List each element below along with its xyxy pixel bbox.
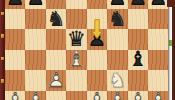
pawn-icon: ♟ bbox=[5, 0, 25, 9]
square-a5[interactable] bbox=[5, 29, 25, 49]
square-f3[interactable]: ♞♘ bbox=[107, 70, 127, 90]
pawn-outline-icon: ♙ bbox=[87, 29, 107, 49]
frame-stud-icon bbox=[1, 12, 4, 16]
pawn-outline-icon: ♙ bbox=[25, 0, 45, 9]
piece-white-knight[interactable]: ♞♘ bbox=[107, 70, 127, 90]
square-c3[interactable]: ♟♙ bbox=[46, 70, 66, 90]
square-c5[interactable] bbox=[46, 29, 66, 49]
square-d4[interactable]: ♝♗ bbox=[66, 50, 86, 70]
piece-white-pawn[interactable]: ♟♙ bbox=[128, 91, 148, 100]
square-b5[interactable] bbox=[25, 29, 45, 49]
queen-icon: ♛ bbox=[66, 29, 86, 49]
pawn-icon: ♟ bbox=[87, 29, 107, 49]
bishop-outline-icon: ♗ bbox=[66, 50, 86, 70]
knight-outline-icon: ♘ bbox=[107, 9, 127, 29]
square-g6[interactable] bbox=[128, 9, 148, 29]
piece-white-pawn[interactable]: ♟♙ bbox=[5, 91, 25, 100]
pawn-outline-icon: ♙ bbox=[107, 0, 127, 9]
piece-black-pawn[interactable]: ♟♙ bbox=[128, 0, 148, 9]
knight-outline-icon: ♘ bbox=[107, 70, 127, 90]
pawn-icon: ♟ bbox=[107, 91, 127, 100]
pawn-outline-icon: ♙ bbox=[87, 91, 107, 100]
piece-white-pawn[interactable]: ♟♙ bbox=[87, 91, 107, 100]
square-f7[interactable]: ♟♙ bbox=[107, 0, 127, 9]
piece-black-bishop[interactable]: ♝♗ bbox=[128, 50, 148, 70]
pawn-icon: ♟ bbox=[107, 0, 127, 9]
square-e5[interactable]: ♟♙ bbox=[87, 29, 107, 49]
piece-white-pawn[interactable]: ♟♙ bbox=[25, 91, 45, 100]
queen-outline-icon: ♕ bbox=[66, 29, 86, 49]
square-h3[interactable] bbox=[148, 70, 168, 90]
square-g3[interactable] bbox=[128, 70, 148, 90]
board-frame-corner bbox=[167, 0, 175, 7]
square-g4[interactable]: ♝♗ bbox=[128, 50, 148, 70]
piece-black-pawn[interactable]: ♟♙ bbox=[5, 0, 25, 9]
board-frame-right bbox=[172, 0, 175, 100]
piece-black-knight[interactable]: ♞♘ bbox=[46, 9, 66, 29]
square-e3[interactable] bbox=[87, 70, 107, 90]
square-d2[interactable] bbox=[66, 91, 86, 100]
knight-icon: ♞ bbox=[107, 70, 127, 90]
square-a4[interactable] bbox=[5, 50, 25, 70]
pawn-outline-icon: ♙ bbox=[46, 70, 66, 90]
pawn-icon: ♟ bbox=[5, 91, 25, 100]
square-b2[interactable]: ♟♙ bbox=[25, 91, 45, 100]
piece-black-pawn[interactable]: ♟♙ bbox=[148, 0, 168, 9]
pawn-outline-icon: ♙ bbox=[25, 91, 45, 100]
square-h5[interactable] bbox=[148, 29, 168, 49]
square-d6[interactable] bbox=[66, 9, 86, 29]
bishop-icon: ♝ bbox=[66, 50, 86, 70]
square-e6[interactable] bbox=[87, 9, 107, 29]
board-frame-left bbox=[0, 0, 5, 100]
square-a7[interactable]: ♟♙ bbox=[5, 0, 25, 9]
piece-black-pawn[interactable]: ♟♙ bbox=[87, 29, 107, 49]
square-a3[interactable] bbox=[5, 70, 25, 90]
square-h7[interactable]: ♟♙ bbox=[148, 0, 168, 9]
knight-icon: ♞ bbox=[46, 9, 66, 29]
piece-black-queen[interactable]: ♛♕ bbox=[66, 29, 86, 49]
pawn-icon: ♟ bbox=[25, 91, 45, 100]
frame-stud-icon bbox=[1, 34, 4, 38]
chess-app-window: ♟♙♟♙♟♙♟♙♟♙♞♘♞♘♛♕♟♙♝♗♝♗♟♙♞♘♟♙♟♙♟♙♟♙♟♙♟♙ bbox=[0, 0, 175, 100]
piece-white-pawn[interactable]: ♟♙ bbox=[107, 91, 127, 100]
pawn-icon: ♟ bbox=[87, 91, 107, 100]
square-c4[interactable] bbox=[46, 50, 66, 70]
pawn-icon: ♟ bbox=[128, 0, 148, 9]
square-e7[interactable] bbox=[87, 0, 107, 9]
pawn-icon: ♟ bbox=[46, 70, 66, 90]
frame-stud-icon bbox=[1, 57, 4, 61]
square-c6[interactable]: ♞♘ bbox=[46, 9, 66, 29]
pawn-outline-icon: ♙ bbox=[148, 91, 168, 100]
pawn-outline-icon: ♙ bbox=[5, 91, 25, 100]
piece-black-pawn[interactable]: ♟♙ bbox=[107, 0, 127, 9]
square-g7[interactable]: ♟♙ bbox=[128, 0, 148, 9]
pawn-outline-icon: ♙ bbox=[107, 91, 127, 100]
square-g2[interactable]: ♟♙ bbox=[128, 91, 148, 100]
pawn-icon: ♟ bbox=[128, 91, 148, 100]
pawn-icon: ♟ bbox=[25, 0, 45, 9]
square-f6[interactable]: ♞♘ bbox=[107, 9, 127, 29]
piece-white-bishop[interactable]: ♝♗ bbox=[66, 50, 86, 70]
square-d3[interactable] bbox=[66, 70, 86, 90]
piece-black-pawn[interactable]: ♟♙ bbox=[25, 0, 45, 9]
chess-board[interactable]: ♟♙♟♙♟♙♟♙♟♙♞♘♞♘♛♕♟♙♝♗♝♗♟♙♞♘♟♙♟♙♟♙♟♙♟♙♟♙ bbox=[5, 0, 169, 100]
square-c7[interactable] bbox=[46, 0, 66, 9]
square-a6[interactable] bbox=[5, 9, 25, 29]
square-f2[interactable]: ♟♙ bbox=[107, 91, 127, 100]
piece-white-pawn[interactable]: ♟♙ bbox=[46, 70, 66, 90]
frame-stud-icon bbox=[1, 79, 4, 83]
pawn-outline-icon: ♙ bbox=[128, 91, 148, 100]
square-e4[interactable] bbox=[87, 50, 107, 70]
pawn-icon: ♟ bbox=[148, 91, 168, 100]
square-e2[interactable]: ♟♙ bbox=[87, 91, 107, 100]
square-f4[interactable] bbox=[107, 50, 127, 70]
square-h2[interactable]: ♟♙ bbox=[148, 91, 168, 100]
square-h4[interactable] bbox=[148, 50, 168, 70]
square-h6[interactable] bbox=[148, 9, 168, 29]
square-b6[interactable] bbox=[25, 9, 45, 29]
square-b3[interactable] bbox=[25, 70, 45, 90]
piece-black-knight[interactable]: ♞♘ bbox=[107, 9, 127, 29]
square-g5[interactable] bbox=[128, 29, 148, 49]
square-b4[interactable] bbox=[25, 50, 45, 70]
square-d5[interactable]: ♛♕ bbox=[66, 29, 86, 49]
pawn-outline-icon: ♙ bbox=[148, 0, 168, 9]
knight-icon: ♞ bbox=[107, 9, 127, 29]
pawn-outline-icon: ♙ bbox=[128, 0, 148, 9]
bishop-outline-icon: ♗ bbox=[128, 50, 148, 70]
piece-white-pawn[interactable]: ♟♙ bbox=[148, 91, 168, 100]
pawn-icon: ♟ bbox=[148, 0, 168, 9]
knight-outline-icon: ♘ bbox=[46, 9, 66, 29]
square-d7[interactable] bbox=[66, 0, 86, 9]
pawn-outline-icon: ♙ bbox=[5, 0, 25, 9]
bishop-icon: ♝ bbox=[128, 50, 148, 70]
square-f5[interactable] bbox=[107, 29, 127, 49]
square-c2[interactable] bbox=[46, 91, 66, 100]
square-b7[interactable]: ♟♙ bbox=[25, 0, 45, 9]
square-a2[interactable]: ♟♙ bbox=[5, 91, 25, 100]
